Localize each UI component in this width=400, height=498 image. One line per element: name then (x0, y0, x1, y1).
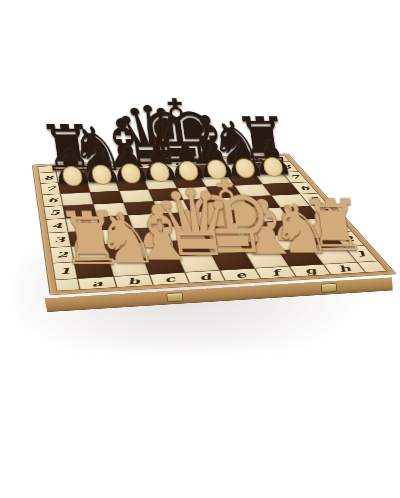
piece-white-rook[interactable]: ♜ (52, 203, 128, 276)
square-a1[interactable]: ♜ (74, 260, 113, 279)
product-photo-scene: abcdefgh8♜♞♝♛♚♝♞♜87♟♟♟♟♟♟♟♟7665544332♟♟♟… (0, 0, 400, 498)
chess-board: abcdefgh8♜♞♝♛♚♝♞♜87♟♟♟♟♟♟♟♟7665544332♟♟♟… (33, 154, 396, 295)
frame-corner (55, 279, 80, 291)
piece-black-pawn[interactable]: ♟ (46, 143, 96, 191)
file-label-near-c: c (149, 272, 189, 285)
board-frame-grid: abcdefgh8♜♞♝♛♚♝♞♜87♟♟♟♟♟♟♟♟7665544332♟♟♟… (38, 156, 388, 291)
brass-clasp-icon (322, 284, 336, 292)
file-label-near-b: b (114, 274, 154, 287)
board-3d-wrapper: abcdefgh8♜♞♝♛♚♝♞♜87♟♟♟♟♟♟♟♟7665544332♟♟♟… (0, 0, 400, 498)
brass-clasp-icon (167, 293, 183, 301)
file-label-near-a: a (78, 276, 117, 289)
file-label-near-d: d (185, 270, 226, 283)
